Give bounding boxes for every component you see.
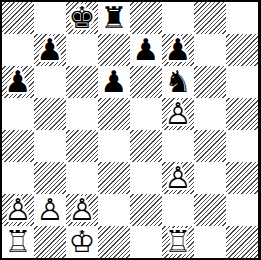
piece-black-king: ♚ [66, 2, 98, 34]
piece-black-pawn: ♟ [130, 34, 162, 66]
piece-fill: ♟ [130, 34, 162, 66]
piece-black-pawn: ♟ [98, 66, 130, 98]
piece-fill: ♜ [162, 226, 194, 258]
piece-fill: ♟ [2, 194, 34, 226]
square-b2[interactable]: ♟♙ [34, 194, 66, 226]
square-d4[interactable] [98, 130, 130, 162]
square-h8[interactable] [226, 2, 258, 34]
square-e8[interactable] [130, 2, 162, 34]
square-b7[interactable]: ♟♟ [34, 34, 66, 66]
square-g6[interactable] [194, 66, 226, 98]
piece-white-rook: ♖ [162, 226, 194, 258]
square-d6[interactable]: ♟♟ [98, 66, 130, 98]
square-f5[interactable]: ♟♙ [162, 98, 194, 130]
square-c6[interactable] [66, 66, 98, 98]
square-g5[interactable] [194, 98, 226, 130]
square-c7[interactable] [66, 34, 98, 66]
square-a3[interactable] [2, 162, 34, 194]
square-f3[interactable]: ♟♙ [162, 162, 194, 194]
square-a2[interactable]: ♟♙ [2, 194, 34, 226]
square-a7[interactable] [2, 34, 34, 66]
square-c4[interactable] [66, 130, 98, 162]
square-a1[interactable]: ♜♖ [2, 226, 34, 258]
square-b6[interactable] [34, 66, 66, 98]
square-b1[interactable] [34, 226, 66, 258]
piece-fill: ♟ [98, 66, 130, 98]
square-d2[interactable] [98, 194, 130, 226]
piece-white-rook: ♖ [2, 226, 34, 258]
square-e6[interactable] [130, 66, 162, 98]
square-h2[interactable] [226, 194, 258, 226]
square-g2[interactable] [194, 194, 226, 226]
square-a5[interactable] [2, 98, 34, 130]
square-d8[interactable]: ♜♜ [98, 2, 130, 34]
piece-black-pawn: ♟ [162, 34, 194, 66]
square-h1[interactable] [226, 226, 258, 258]
square-c8[interactable]: ♚♚ [66, 2, 98, 34]
square-b5[interactable] [34, 98, 66, 130]
square-a4[interactable] [2, 130, 34, 162]
square-e5[interactable] [130, 98, 162, 130]
piece-fill: ♚ [66, 226, 98, 258]
square-g4[interactable] [194, 130, 226, 162]
square-e3[interactable] [130, 162, 162, 194]
piece-fill: ♟ [66, 194, 98, 226]
piece-black-rook: ♜ [98, 2, 130, 34]
piece-fill: ♟ [162, 34, 194, 66]
piece-fill: ♟ [162, 98, 194, 130]
square-h3[interactable] [226, 162, 258, 194]
square-f2[interactable] [162, 194, 194, 226]
square-e2[interactable] [130, 194, 162, 226]
square-g8[interactable] [194, 2, 226, 34]
square-g7[interactable] [194, 34, 226, 66]
square-e4[interactable] [130, 130, 162, 162]
board-frame: ♚♚♜♜♟♟♟♟♟♟♟♟♟♟♞♞♟♙♟♙♟♙♟♙♟♙♜♖♚♔♜♖ [0, 0, 261, 260]
piece-white-pawn: ♙ [2, 194, 34, 226]
piece-white-pawn: ♙ [34, 194, 66, 226]
square-d7[interactable] [98, 34, 130, 66]
square-e7[interactable]: ♟♟ [130, 34, 162, 66]
square-d3[interactable] [98, 162, 130, 194]
piece-white-pawn: ♙ [162, 162, 194, 194]
square-h6[interactable] [226, 66, 258, 98]
piece-black-knight: ♞ [162, 66, 194, 98]
square-c3[interactable] [66, 162, 98, 194]
square-c2[interactable]: ♟♙ [66, 194, 98, 226]
piece-fill: ♜ [98, 2, 130, 34]
piece-white-king: ♔ [66, 226, 98, 258]
piece-fill: ♟ [162, 162, 194, 194]
square-c5[interactable] [66, 98, 98, 130]
piece-fill: ♟ [2, 66, 34, 98]
piece-fill: ♟ [34, 194, 66, 226]
chess-board: ♚♚♜♜♟♟♟♟♟♟♟♟♟♟♞♞♟♙♟♙♟♙♟♙♟♙♜♖♚♔♜♖ [2, 2, 258, 258]
square-a8[interactable] [2, 2, 34, 34]
square-f6[interactable]: ♞♞ [162, 66, 194, 98]
piece-white-pawn: ♙ [66, 194, 98, 226]
piece-fill: ♟ [34, 34, 66, 66]
square-h4[interactable] [226, 130, 258, 162]
square-e1[interactable] [130, 226, 162, 258]
piece-fill: ♚ [66, 2, 98, 34]
square-h7[interactable] [226, 34, 258, 66]
square-g3[interactable] [194, 162, 226, 194]
square-g1[interactable] [194, 226, 226, 258]
square-b3[interactable] [34, 162, 66, 194]
square-f1[interactable]: ♜♖ [162, 226, 194, 258]
square-d5[interactable] [98, 98, 130, 130]
square-a6[interactable]: ♟♟ [2, 66, 34, 98]
square-f4[interactable] [162, 130, 194, 162]
piece-fill: ♞ [162, 66, 194, 98]
piece-fill: ♜ [2, 226, 34, 258]
square-f8[interactable] [162, 2, 194, 34]
square-f7[interactable]: ♟♟ [162, 34, 194, 66]
piece-black-pawn: ♟ [34, 34, 66, 66]
piece-white-pawn: ♙ [162, 98, 194, 130]
piece-black-pawn: ♟ [2, 66, 34, 98]
square-b8[interactable] [34, 2, 66, 34]
square-b4[interactable] [34, 130, 66, 162]
square-h5[interactable] [226, 98, 258, 130]
square-c1[interactable]: ♚♔ [66, 226, 98, 258]
square-d1[interactable] [98, 226, 130, 258]
